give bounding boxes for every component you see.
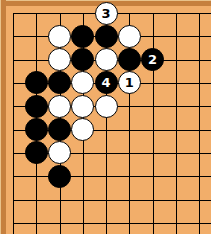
move-number-label: 4 [101, 76, 110, 89]
move-number-label: 1 [125, 76, 134, 89]
white-stone [118, 25, 141, 48]
white-stone [95, 48, 118, 71]
black-stone [25, 95, 48, 118]
black-stone [71, 48, 94, 71]
black-stone [25, 118, 48, 141]
white-stone [48, 48, 71, 71]
white-stone [95, 95, 118, 118]
black-stone [118, 48, 141, 71]
black-stone [71, 25, 94, 48]
move-number-label: 3 [101, 7, 110, 20]
black-stone: 2 [141, 48, 164, 71]
black-stone [48, 118, 71, 141]
white-stone [71, 118, 94, 141]
white-stone [48, 95, 71, 118]
board-frame-left-edge [0, 0, 6, 234]
white-stone: 1 [118, 71, 141, 94]
black-stone [25, 71, 48, 94]
grid-line-horizontal [13, 176, 211, 177]
grid-line-horizontal [13, 223, 211, 224]
move-number-label: 2 [148, 53, 157, 66]
black-stone [48, 71, 71, 94]
white-stone [48, 141, 71, 164]
white-stone: 3 [95, 2, 118, 25]
black-stone [25, 141, 48, 164]
black-stone [48, 165, 71, 188]
grid-line-horizontal [13, 200, 211, 201]
white-stone [48, 25, 71, 48]
black-stone: 4 [95, 71, 118, 94]
white-stone [71, 95, 94, 118]
white-stone [71, 71, 94, 94]
black-stone [95, 25, 118, 48]
go-board: 3241 [0, 0, 211, 234]
